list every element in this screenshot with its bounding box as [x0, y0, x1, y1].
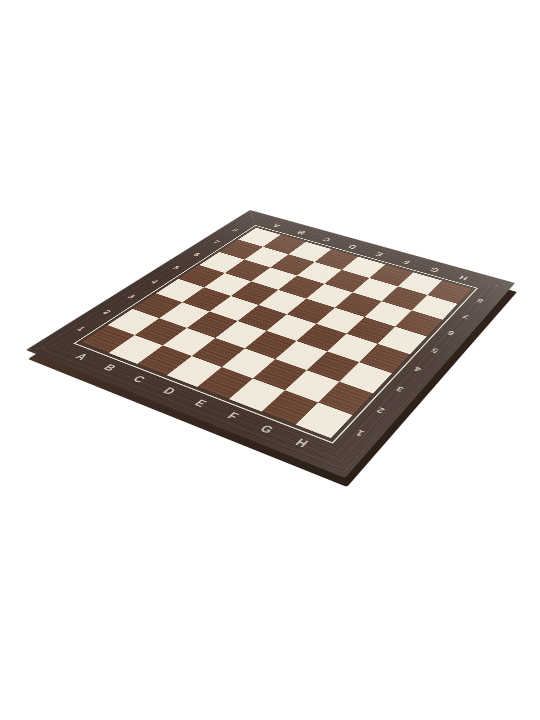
- product-photo-stage: AABBCCDDEEFFGGHH1122334455667788: [0, 0, 540, 720]
- chess-board: AABBCCDDEEFFGGHH1122334455667788: [26, 210, 515, 478]
